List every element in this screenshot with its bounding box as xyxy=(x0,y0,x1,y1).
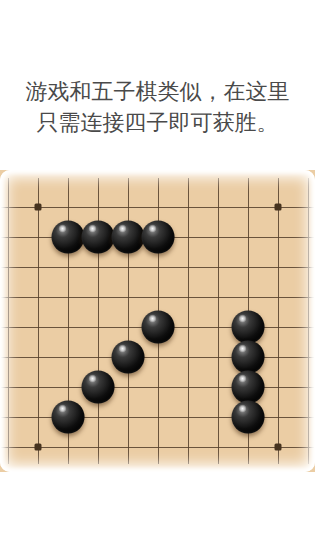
black-stone xyxy=(232,341,265,374)
star-point xyxy=(275,444,282,451)
grid-vertical-line xyxy=(308,178,309,464)
grid-horizontal-line xyxy=(1,297,314,298)
grid-horizontal-line xyxy=(1,357,314,358)
black-stone xyxy=(112,221,145,254)
board-grid xyxy=(0,170,315,472)
grid-vertical-line xyxy=(8,178,9,464)
grid-horizontal-line xyxy=(1,387,314,388)
grid-horizontal-line xyxy=(1,207,314,208)
black-stone xyxy=(82,221,115,254)
tutorial-screen: 游戏和五子棋类似，在这里 只需连接四子即可获胜。 xyxy=(0,0,315,560)
tutorial-text-line2: 只需连接四子即可获胜。 xyxy=(0,107,315,138)
grid-vertical-line xyxy=(188,178,189,464)
tutorial-text-line1: 游戏和五子棋类似，在这里 xyxy=(0,76,315,107)
grid-vertical-line xyxy=(38,178,39,464)
black-stone xyxy=(142,221,175,254)
grid-vertical-line xyxy=(218,178,219,464)
grid-horizontal-line xyxy=(1,267,314,268)
grid-horizontal-line xyxy=(1,447,314,448)
star-point xyxy=(35,204,42,211)
black-stone xyxy=(232,311,265,344)
tutorial-text: 游戏和五子棋类似，在这里 只需连接四子即可获胜。 xyxy=(0,76,315,138)
black-stone xyxy=(142,311,175,344)
grid-horizontal-line xyxy=(1,417,314,418)
black-stone xyxy=(52,401,85,434)
star-point xyxy=(275,204,282,211)
black-stone xyxy=(82,371,115,404)
black-stone xyxy=(52,221,85,254)
black-stone xyxy=(232,371,265,404)
game-board[interactable] xyxy=(0,170,315,472)
grid-vertical-line xyxy=(278,178,279,464)
black-stone xyxy=(112,341,145,374)
black-stone xyxy=(232,401,265,434)
star-point xyxy=(35,444,42,451)
